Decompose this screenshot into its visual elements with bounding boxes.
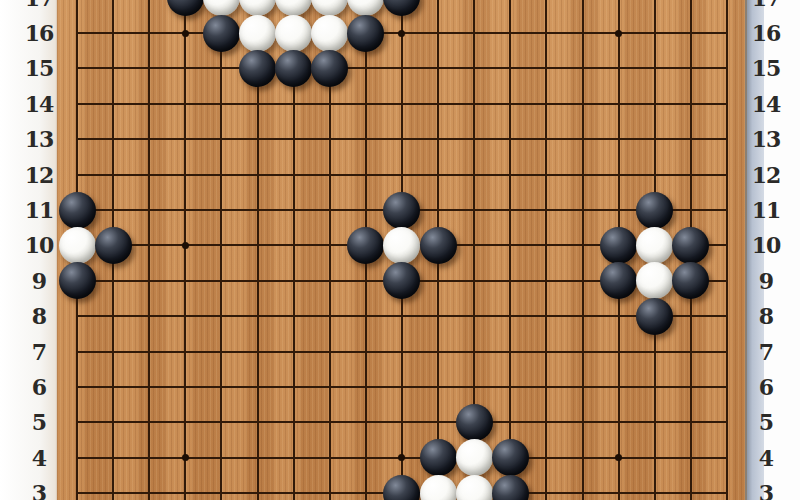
grid-line-horizontal <box>76 315 728 317</box>
stone-black <box>383 192 420 229</box>
row-label-left: 17 <box>19 0 59 10</box>
stone-black <box>95 227 132 264</box>
stone-black <box>600 227 637 264</box>
stone-black <box>59 262 96 299</box>
stone-white <box>59 227 96 264</box>
stone-black <box>636 298 673 335</box>
go-board-screenshot: 1717161615151414131312121111101099887766… <box>0 0 800 500</box>
row-label-left: 15 <box>19 56 59 80</box>
row-label-left: 8 <box>19 304 59 328</box>
stone-black <box>347 227 384 264</box>
stone-white <box>239 15 276 52</box>
grid-line-horizontal <box>76 174 728 176</box>
row-label-right: 15 <box>746 56 786 80</box>
star-point <box>398 30 405 37</box>
stone-black <box>492 475 529 500</box>
stone-white <box>311 15 348 52</box>
row-label-right: 3 <box>746 481 786 500</box>
stone-black <box>383 475 420 500</box>
row-label-right: 11 <box>746 198 786 222</box>
row-label-left: 16 <box>19 21 59 45</box>
row-label-left: 4 <box>19 446 59 470</box>
stone-white <box>636 227 673 264</box>
grid-line-vertical <box>184 0 186 500</box>
stone-white <box>203 0 240 16</box>
stone-white <box>456 439 493 476</box>
stone-black <box>59 192 96 229</box>
board-surface[interactable] <box>57 0 747 500</box>
row-label-left: 9 <box>19 269 59 293</box>
stone-black <box>275 50 312 87</box>
stone-white <box>347 0 384 16</box>
row-label-right: 6 <box>746 375 786 399</box>
row-label-right: 10 <box>746 233 786 257</box>
row-label-right: 7 <box>746 340 786 364</box>
row-label-left: 12 <box>19 163 59 187</box>
row-label-right: 14 <box>746 92 786 116</box>
stone-black <box>383 0 420 16</box>
stone-white <box>456 475 493 500</box>
stone-black <box>456 404 493 441</box>
grid-line-vertical <box>509 0 511 500</box>
stone-black <box>167 0 204 16</box>
star-point <box>615 454 622 461</box>
stone-black <box>383 262 420 299</box>
row-label-left: 10 <box>19 233 59 257</box>
stone-black <box>492 439 529 476</box>
grid-line-vertical <box>726 0 728 500</box>
stone-white <box>275 0 312 16</box>
grid-line-vertical <box>545 0 547 500</box>
row-label-left: 14 <box>19 92 59 116</box>
grid-line-horizontal <box>76 67 728 69</box>
stone-black <box>203 15 240 52</box>
row-label-right: 13 <box>746 127 786 151</box>
stone-black <box>672 227 709 264</box>
stone-black <box>636 192 673 229</box>
row-label-left: 7 <box>19 340 59 364</box>
row-label-right: 17 <box>746 0 786 10</box>
grid-line-horizontal <box>76 103 728 105</box>
stone-white <box>420 475 457 500</box>
row-label-right: 12 <box>746 163 786 187</box>
stone-black <box>311 50 348 87</box>
stone-black <box>420 227 457 264</box>
grid-line-vertical <box>148 0 150 500</box>
star-point <box>398 454 405 461</box>
stone-white <box>239 0 276 16</box>
grid-line-vertical <box>582 0 584 500</box>
row-label-left: 6 <box>19 375 59 399</box>
row-label-left: 5 <box>19 410 59 434</box>
row-label-right: 4 <box>746 446 786 470</box>
stone-black <box>672 262 709 299</box>
stone-white <box>636 262 673 299</box>
grid-line-vertical <box>220 0 222 500</box>
stone-white <box>311 0 348 16</box>
star-point <box>615 30 622 37</box>
stone-black <box>600 262 637 299</box>
grid-line-horizontal <box>76 421 728 423</box>
star-point <box>182 242 189 249</box>
row-label-right: 9 <box>746 269 786 293</box>
star-point <box>182 30 189 37</box>
stone-black <box>347 15 384 52</box>
row-label-right: 16 <box>746 21 786 45</box>
grid-line-horizontal <box>76 351 728 353</box>
row-label-left: 13 <box>19 127 59 151</box>
row-label-left: 3 <box>19 481 59 500</box>
row-label-right: 8 <box>746 304 786 328</box>
grid-line-horizontal <box>76 386 728 388</box>
stone-black <box>420 439 457 476</box>
stone-white <box>383 227 420 264</box>
row-label-left: 11 <box>19 198 59 222</box>
stone-white <box>275 15 312 52</box>
star-point <box>182 454 189 461</box>
grid-line-horizontal <box>76 138 728 140</box>
stone-black <box>239 50 276 87</box>
row-label-right: 5 <box>746 410 786 434</box>
